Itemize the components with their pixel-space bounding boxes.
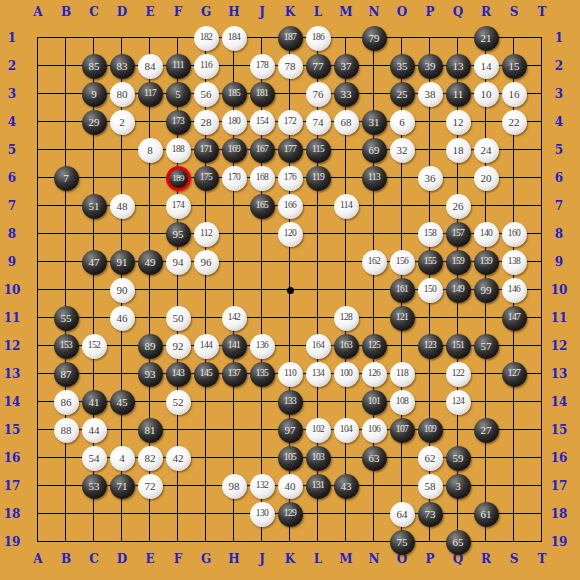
point-A13[interactable] — [24, 360, 52, 388]
point-H14[interactable] — [220, 388, 248, 416]
point-B1[interactable] — [52, 24, 80, 52]
point-Q1[interactable] — [444, 24, 472, 52]
point-S17[interactable] — [500, 472, 528, 500]
point-O8[interactable] — [388, 220, 416, 248]
point-E9[interactable]: 49 — [136, 248, 164, 276]
point-S4[interactable]: 22 — [500, 108, 528, 136]
point-N5[interactable]: 69 — [360, 136, 388, 164]
point-G3[interactable]: 56 — [192, 80, 220, 108]
point-K9[interactable] — [276, 248, 304, 276]
point-P16[interactable]: 62 — [416, 444, 444, 472]
point-O13[interactable]: 118 — [388, 360, 416, 388]
point-D1[interactable] — [108, 24, 136, 52]
point-L14[interactable] — [304, 388, 332, 416]
point-P5[interactable] — [416, 136, 444, 164]
point-N1[interactable]: 79 — [360, 24, 388, 52]
point-C7[interactable]: 51 — [80, 192, 108, 220]
point-G2[interactable]: 116 — [192, 52, 220, 80]
point-A19[interactable] — [24, 528, 52, 556]
point-C15[interactable]: 44 — [80, 416, 108, 444]
point-Q17[interactable]: 3 — [444, 472, 472, 500]
point-L8[interactable] — [304, 220, 332, 248]
point-M10[interactable] — [332, 276, 360, 304]
point-L17[interactable]: 131 — [304, 472, 332, 500]
point-D15[interactable] — [108, 416, 136, 444]
point-S13[interactable]: 127 — [500, 360, 528, 388]
point-Q11[interactable] — [444, 304, 472, 332]
point-B15[interactable]: 88 — [52, 416, 80, 444]
point-J4[interactable]: 154 — [248, 108, 276, 136]
point-N11[interactable] — [360, 304, 388, 332]
point-N9[interactable]: 162 — [360, 248, 388, 276]
point-K17[interactable]: 40 — [276, 472, 304, 500]
point-D6[interactable] — [108, 164, 136, 192]
point-Q14[interactable]: 124 — [444, 388, 472, 416]
point-G11[interactable] — [192, 304, 220, 332]
point-T1[interactable] — [528, 24, 556, 52]
point-P6[interactable]: 36 — [416, 164, 444, 192]
point-R16[interactable] — [472, 444, 500, 472]
point-A15[interactable] — [24, 416, 52, 444]
point-P8[interactable]: 158 — [416, 220, 444, 248]
point-A14[interactable] — [24, 388, 52, 416]
point-P2[interactable]: 39 — [416, 52, 444, 80]
point-G15[interactable] — [192, 416, 220, 444]
point-D7[interactable]: 48 — [108, 192, 136, 220]
point-F4[interactable]: 173 — [164, 108, 192, 136]
point-J2[interactable]: 178 — [248, 52, 276, 80]
point-J18[interactable]: 130 — [248, 500, 276, 528]
point-F3[interactable]: 5 — [164, 80, 192, 108]
point-R10[interactable]: 99 — [472, 276, 500, 304]
point-N2[interactable] — [360, 52, 388, 80]
point-Q10[interactable]: 149 — [444, 276, 472, 304]
point-Q15[interactable] — [444, 416, 472, 444]
point-S14[interactable] — [500, 388, 528, 416]
point-O3[interactable]: 25 — [388, 80, 416, 108]
point-C4[interactable]: 29 — [80, 108, 108, 136]
point-P10[interactable]: 150 — [416, 276, 444, 304]
point-B17[interactable] — [52, 472, 80, 500]
point-F2[interactable]: 111 — [164, 52, 192, 80]
point-M15[interactable]: 104 — [332, 416, 360, 444]
point-B16[interactable] — [52, 444, 80, 472]
point-S10[interactable]: 146 — [500, 276, 528, 304]
point-J5[interactable]: 167 — [248, 136, 276, 164]
point-J19[interactable] — [248, 528, 276, 556]
point-Q12[interactable]: 151 — [444, 332, 472, 360]
point-M11[interactable]: 128 — [332, 304, 360, 332]
point-J17[interactable]: 132 — [248, 472, 276, 500]
point-A1[interactable] — [24, 24, 52, 52]
point-T8[interactable] — [528, 220, 556, 248]
point-P19[interactable] — [416, 528, 444, 556]
point-B4[interactable] — [52, 108, 80, 136]
point-G9[interactable]: 96 — [192, 248, 220, 276]
point-P14[interactable] — [416, 388, 444, 416]
point-F12[interactable]: 92 — [164, 332, 192, 360]
point-O2[interactable]: 35 — [388, 52, 416, 80]
point-N10[interactable] — [360, 276, 388, 304]
point-A3[interactable] — [24, 80, 52, 108]
point-F1[interactable] — [164, 24, 192, 52]
point-F19[interactable] — [164, 528, 192, 556]
point-A17[interactable] — [24, 472, 52, 500]
point-Q9[interactable]: 159 — [444, 248, 472, 276]
point-F15[interactable] — [164, 416, 192, 444]
point-E11[interactable] — [136, 304, 164, 332]
point-B13[interactable]: 87 — [52, 360, 80, 388]
point-N17[interactable] — [360, 472, 388, 500]
point-S18[interactable] — [500, 500, 528, 528]
point-C16[interactable]: 54 — [80, 444, 108, 472]
point-P3[interactable]: 38 — [416, 80, 444, 108]
point-M13[interactable]: 100 — [332, 360, 360, 388]
point-T2[interactable] — [528, 52, 556, 80]
point-M5[interactable] — [332, 136, 360, 164]
point-T3[interactable] — [528, 80, 556, 108]
point-A12[interactable] — [24, 332, 52, 360]
point-S6[interactable] — [500, 164, 528, 192]
point-H12[interactable]: 141 — [220, 332, 248, 360]
point-B11[interactable]: 55 — [52, 304, 80, 332]
point-D12[interactable] — [108, 332, 136, 360]
point-A7[interactable] — [24, 192, 52, 220]
point-L19[interactable] — [304, 528, 332, 556]
point-H4[interactable]: 180 — [220, 108, 248, 136]
point-K6[interactable]: 176 — [276, 164, 304, 192]
point-A5[interactable] — [24, 136, 52, 164]
point-C1[interactable] — [80, 24, 108, 52]
point-E5[interactable]: 8 — [136, 136, 164, 164]
point-G16[interactable] — [192, 444, 220, 472]
point-L16[interactable]: 103 — [304, 444, 332, 472]
point-L12[interactable]: 164 — [304, 332, 332, 360]
point-Q7[interactable]: 26 — [444, 192, 472, 220]
point-K2[interactable]: 78 — [276, 52, 304, 80]
point-O10[interactable]: 161 — [388, 276, 416, 304]
point-D13[interactable] — [108, 360, 136, 388]
point-E19[interactable] — [136, 528, 164, 556]
point-J1[interactable] — [248, 24, 276, 52]
point-K12[interactable] — [276, 332, 304, 360]
point-P18[interactable]: 73 — [416, 500, 444, 528]
point-F14[interactable]: 52 — [164, 388, 192, 416]
point-H13[interactable]: 137 — [220, 360, 248, 388]
point-S8[interactable]: 160 — [500, 220, 528, 248]
point-F6[interactable]: 189 — [164, 164, 192, 192]
point-K11[interactable] — [276, 304, 304, 332]
point-N3[interactable] — [360, 80, 388, 108]
point-C8[interactable] — [80, 220, 108, 248]
point-H7[interactable] — [220, 192, 248, 220]
point-C17[interactable]: 53 — [80, 472, 108, 500]
point-B7[interactable] — [52, 192, 80, 220]
point-B2[interactable] — [52, 52, 80, 80]
point-O16[interactable] — [388, 444, 416, 472]
point-K8[interactable]: 120 — [276, 220, 304, 248]
point-Q3[interactable]: 11 — [444, 80, 472, 108]
point-J10[interactable] — [248, 276, 276, 304]
point-L7[interactable] — [304, 192, 332, 220]
point-M14[interactable] — [332, 388, 360, 416]
point-P9[interactable]: 155 — [416, 248, 444, 276]
point-R19[interactable] — [472, 528, 500, 556]
point-R12[interactable]: 57 — [472, 332, 500, 360]
point-C10[interactable] — [80, 276, 108, 304]
point-G1[interactable]: 182 — [192, 24, 220, 52]
point-R9[interactable]: 139 — [472, 248, 500, 276]
point-A4[interactable] — [24, 108, 52, 136]
point-S16[interactable] — [500, 444, 528, 472]
point-K15[interactable]: 97 — [276, 416, 304, 444]
point-N12[interactable]: 125 — [360, 332, 388, 360]
point-R7[interactable] — [472, 192, 500, 220]
point-K14[interactable]: 133 — [276, 388, 304, 416]
point-M1[interactable] — [332, 24, 360, 52]
point-H9[interactable] — [220, 248, 248, 276]
point-Q5[interactable]: 18 — [444, 136, 472, 164]
point-O18[interactable]: 64 — [388, 500, 416, 528]
point-N13[interactable]: 126 — [360, 360, 388, 388]
point-D9[interactable]: 91 — [108, 248, 136, 276]
point-R6[interactable]: 20 — [472, 164, 500, 192]
point-J9[interactable] — [248, 248, 276, 276]
point-G12[interactable]: 144 — [192, 332, 220, 360]
point-G6[interactable]: 175 — [192, 164, 220, 192]
point-S2[interactable]: 15 — [500, 52, 528, 80]
point-K3[interactable] — [276, 80, 304, 108]
point-N19[interactable] — [360, 528, 388, 556]
point-S19[interactable] — [500, 528, 528, 556]
point-R5[interactable]: 24 — [472, 136, 500, 164]
point-L2[interactable]: 77 — [304, 52, 332, 80]
point-M4[interactable]: 68 — [332, 108, 360, 136]
point-H15[interactable] — [220, 416, 248, 444]
point-E3[interactable]: 117 — [136, 80, 164, 108]
point-F7[interactable]: 174 — [164, 192, 192, 220]
point-R14[interactable] — [472, 388, 500, 416]
point-A10[interactable] — [24, 276, 52, 304]
point-R15[interactable]: 27 — [472, 416, 500, 444]
point-R8[interactable]: 140 — [472, 220, 500, 248]
point-H3[interactable]: 185 — [220, 80, 248, 108]
point-K18[interactable]: 129 — [276, 500, 304, 528]
point-M17[interactable]: 43 — [332, 472, 360, 500]
point-N4[interactable]: 31 — [360, 108, 388, 136]
point-F9[interactable]: 94 — [164, 248, 192, 276]
point-L9[interactable] — [304, 248, 332, 276]
point-L11[interactable] — [304, 304, 332, 332]
point-E14[interactable] — [136, 388, 164, 416]
point-B5[interactable] — [52, 136, 80, 164]
point-T18[interactable] — [528, 500, 556, 528]
point-F17[interactable] — [164, 472, 192, 500]
point-N8[interactable] — [360, 220, 388, 248]
point-C5[interactable] — [80, 136, 108, 164]
point-N16[interactable]: 63 — [360, 444, 388, 472]
point-G18[interactable] — [192, 500, 220, 528]
point-C6[interactable] — [80, 164, 108, 192]
point-D8[interactable] — [108, 220, 136, 248]
point-B12[interactable]: 153 — [52, 332, 80, 360]
point-G10[interactable] — [192, 276, 220, 304]
point-Q19[interactable]: 65 — [444, 528, 472, 556]
point-T10[interactable] — [528, 276, 556, 304]
point-R2[interactable]: 14 — [472, 52, 500, 80]
point-D14[interactable]: 45 — [108, 388, 136, 416]
point-L3[interactable]: 76 — [304, 80, 332, 108]
point-F16[interactable]: 42 — [164, 444, 192, 472]
point-H10[interactable] — [220, 276, 248, 304]
point-E4[interactable] — [136, 108, 164, 136]
point-J6[interactable]: 168 — [248, 164, 276, 192]
point-G7[interactable] — [192, 192, 220, 220]
point-E10[interactable] — [136, 276, 164, 304]
point-R3[interactable]: 10 — [472, 80, 500, 108]
point-K5[interactable]: 177 — [276, 136, 304, 164]
point-O6[interactable] — [388, 164, 416, 192]
point-J7[interactable]: 165 — [248, 192, 276, 220]
point-F10[interactable] — [164, 276, 192, 304]
point-H17[interactable]: 98 — [220, 472, 248, 500]
point-P17[interactable]: 58 — [416, 472, 444, 500]
point-M16[interactable] — [332, 444, 360, 472]
point-G14[interactable] — [192, 388, 220, 416]
point-O19[interactable]: 75 — [388, 528, 416, 556]
point-O11[interactable]: 121 — [388, 304, 416, 332]
point-T5[interactable] — [528, 136, 556, 164]
point-H11[interactable]: 142 — [220, 304, 248, 332]
point-G13[interactable]: 145 — [192, 360, 220, 388]
point-E13[interactable]: 93 — [136, 360, 164, 388]
point-O14[interactable]: 108 — [388, 388, 416, 416]
point-C19[interactable] — [80, 528, 108, 556]
point-D17[interactable]: 71 — [108, 472, 136, 500]
point-E18[interactable] — [136, 500, 164, 528]
point-G17[interactable] — [192, 472, 220, 500]
point-P11[interactable] — [416, 304, 444, 332]
point-F13[interactable]: 143 — [164, 360, 192, 388]
point-K13[interactable]: 110 — [276, 360, 304, 388]
point-F11[interactable]: 50 — [164, 304, 192, 332]
point-T16[interactable] — [528, 444, 556, 472]
point-T6[interactable] — [528, 164, 556, 192]
point-M8[interactable] — [332, 220, 360, 248]
point-T12[interactable] — [528, 332, 556, 360]
point-T13[interactable] — [528, 360, 556, 388]
point-S9[interactable]: 138 — [500, 248, 528, 276]
point-P4[interactable] — [416, 108, 444, 136]
point-H8[interactable] — [220, 220, 248, 248]
point-T14[interactable] — [528, 388, 556, 416]
point-J3[interactable]: 181 — [248, 80, 276, 108]
point-L6[interactable]: 119 — [304, 164, 332, 192]
point-S7[interactable] — [500, 192, 528, 220]
point-R18[interactable]: 61 — [472, 500, 500, 528]
point-L10[interactable] — [304, 276, 332, 304]
point-M9[interactable] — [332, 248, 360, 276]
point-M2[interactable]: 37 — [332, 52, 360, 80]
point-M6[interactable] — [332, 164, 360, 192]
point-L15[interactable]: 102 — [304, 416, 332, 444]
point-Q13[interactable]: 122 — [444, 360, 472, 388]
point-B3[interactable] — [52, 80, 80, 108]
point-B8[interactable] — [52, 220, 80, 248]
point-J13[interactable]: 135 — [248, 360, 276, 388]
point-H2[interactable] — [220, 52, 248, 80]
point-S12[interactable] — [500, 332, 528, 360]
point-S15[interactable] — [500, 416, 528, 444]
point-C18[interactable] — [80, 500, 108, 528]
point-D18[interactable] — [108, 500, 136, 528]
point-C2[interactable]: 85 — [80, 52, 108, 80]
point-H16[interactable] — [220, 444, 248, 472]
point-M19[interactable] — [332, 528, 360, 556]
point-J11[interactable] — [248, 304, 276, 332]
point-A18[interactable] — [24, 500, 52, 528]
point-E8[interactable] — [136, 220, 164, 248]
point-R17[interactable] — [472, 472, 500, 500]
point-M3[interactable]: 33 — [332, 80, 360, 108]
point-S5[interactable] — [500, 136, 528, 164]
point-N15[interactable]: 106 — [360, 416, 388, 444]
point-J16[interactable] — [248, 444, 276, 472]
point-C11[interactable] — [80, 304, 108, 332]
point-D5[interactable] — [108, 136, 136, 164]
point-D10[interactable]: 90 — [108, 276, 136, 304]
point-A6[interactable] — [24, 164, 52, 192]
point-L13[interactable]: 134 — [304, 360, 332, 388]
point-O9[interactable]: 156 — [388, 248, 416, 276]
point-J12[interactable]: 136 — [248, 332, 276, 360]
point-O4[interactable]: 6 — [388, 108, 416, 136]
point-G19[interactable] — [192, 528, 220, 556]
point-E6[interactable] — [136, 164, 164, 192]
point-H19[interactable] — [220, 528, 248, 556]
point-O15[interactable]: 107 — [388, 416, 416, 444]
point-O7[interactable] — [388, 192, 416, 220]
point-F5[interactable]: 188 — [164, 136, 192, 164]
point-D11[interactable]: 46 — [108, 304, 136, 332]
point-T15[interactable] — [528, 416, 556, 444]
point-E2[interactable]: 84 — [136, 52, 164, 80]
point-L4[interactable]: 74 — [304, 108, 332, 136]
point-M18[interactable] — [332, 500, 360, 528]
point-P13[interactable] — [416, 360, 444, 388]
point-D16[interactable]: 4 — [108, 444, 136, 472]
point-E17[interactable]: 72 — [136, 472, 164, 500]
point-A11[interactable] — [24, 304, 52, 332]
point-N7[interactable] — [360, 192, 388, 220]
point-A8[interactable] — [24, 220, 52, 248]
point-P1[interactable] — [416, 24, 444, 52]
point-G5[interactable]: 171 — [192, 136, 220, 164]
point-T19[interactable] — [528, 528, 556, 556]
point-H18[interactable] — [220, 500, 248, 528]
point-R13[interactable] — [472, 360, 500, 388]
point-Q16[interactable]: 59 — [444, 444, 472, 472]
point-J14[interactable] — [248, 388, 276, 416]
point-C9[interactable]: 47 — [80, 248, 108, 276]
point-E16[interactable]: 82 — [136, 444, 164, 472]
point-B14[interactable]: 86 — [52, 388, 80, 416]
point-Q8[interactable]: 157 — [444, 220, 472, 248]
point-D3[interactable]: 80 — [108, 80, 136, 108]
point-B10[interactable] — [52, 276, 80, 304]
point-L18[interactable] — [304, 500, 332, 528]
point-H6[interactable]: 170 — [220, 164, 248, 192]
